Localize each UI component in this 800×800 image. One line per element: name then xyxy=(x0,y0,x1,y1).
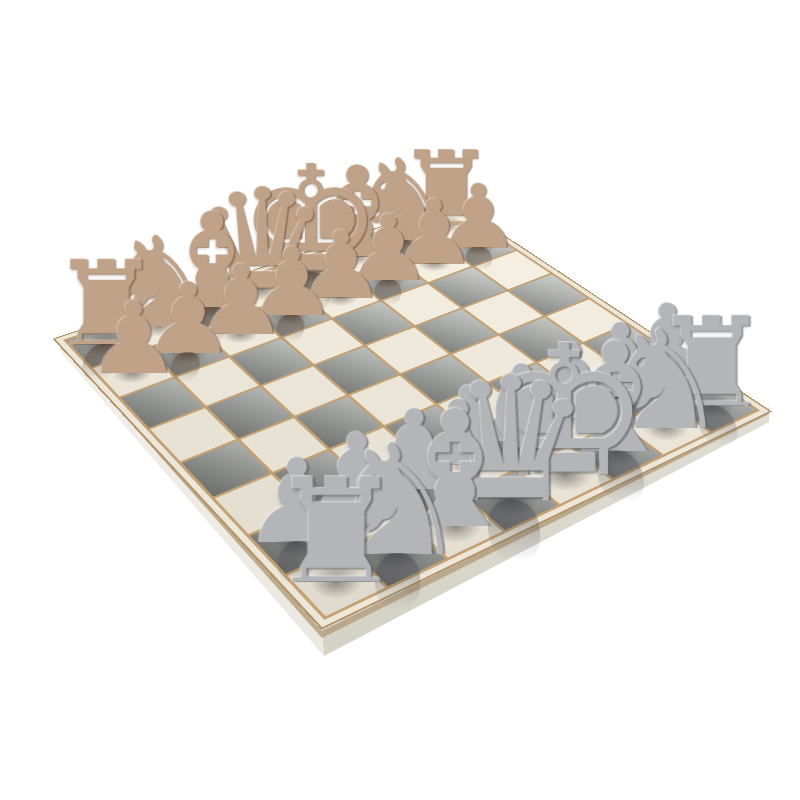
chessboard: ♜♟♟♜♞♟♟♞♝♟♟♝♚♟♟♚♛♟♟♛♝♟♟♝♞♟♟♞♜♟♟♜ xyxy=(55,202,769,627)
product-photo-chess-set: ♜♟♟♜♞♟♟♞♝♟♟♝♚♟♟♚♛♟♟♛♝♟♟♝♞♟♟♞♜♟♟♜ xyxy=(0,0,800,800)
square-a1: ♜ xyxy=(287,549,385,617)
board-scene: ♜♟♟♜♞♟♟♞♝♟♟♝♚♟♟♚♛♟♟♛♝♟♟♝♞♟♟♞♜♟♟♜ xyxy=(0,0,800,800)
white-rook-icon: ♜ xyxy=(217,426,456,582)
black-pawn-icon: ♟ xyxy=(33,265,233,373)
